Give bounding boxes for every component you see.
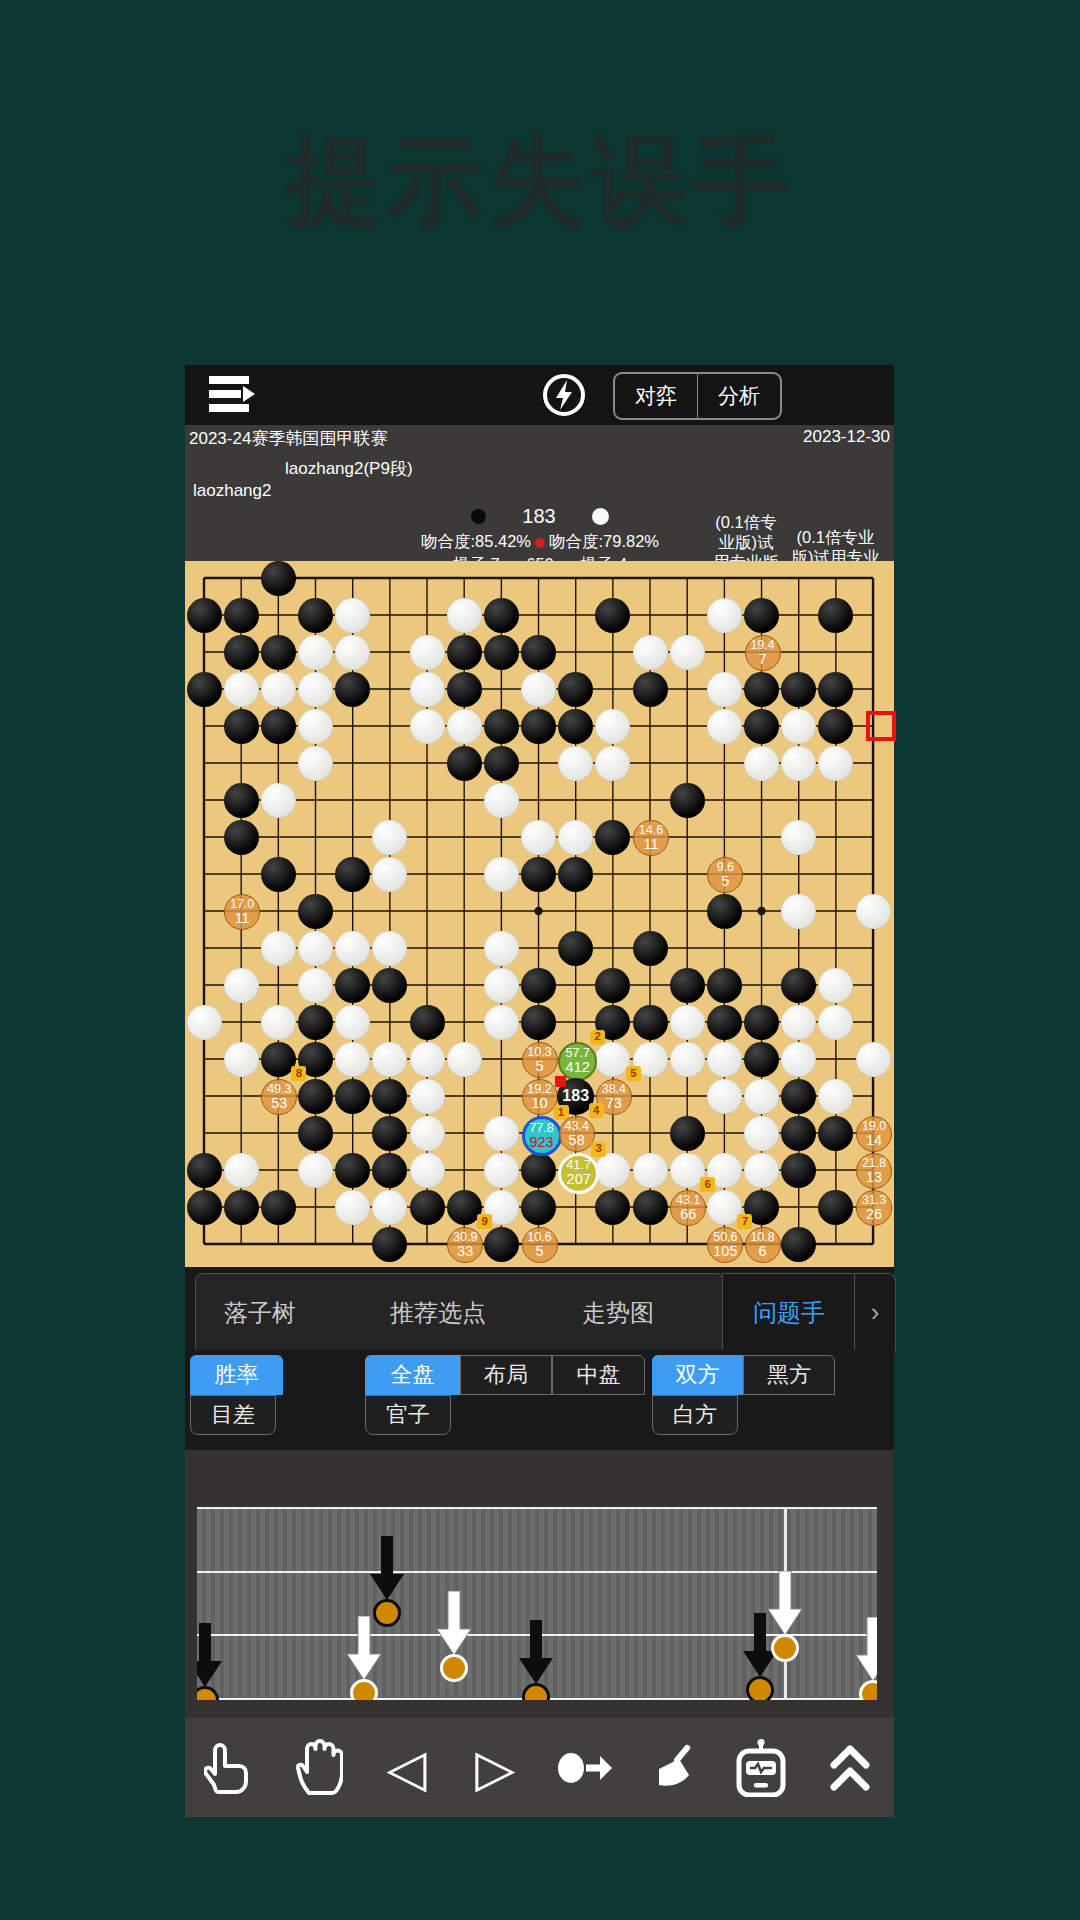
annotation-bottom-value: 58	[569, 1133, 585, 1148]
white-stone	[335, 931, 370, 966]
white-stone	[781, 709, 816, 744]
white-stone	[261, 931, 296, 966]
black-stone	[781, 672, 816, 707]
black-stone	[744, 1042, 779, 1077]
white-stone	[781, 1042, 816, 1077]
black-stone	[818, 1190, 853, 1225]
white-stone	[298, 672, 333, 707]
white-stone	[410, 1116, 445, 1151]
mistake-move-circle[interactable]	[197, 1686, 219, 1700]
chart-gridline	[197, 1507, 877, 1509]
black-stone	[261, 709, 296, 744]
top-bar: 对弈 分析	[185, 365, 894, 425]
mistake-chart-section	[185, 1450, 894, 1718]
white-stone	[410, 1042, 445, 1077]
star-point	[757, 907, 765, 915]
white-stone	[410, 635, 445, 670]
white-stone	[707, 1042, 742, 1077]
filter-endgame-button[interactable]: 官子	[365, 1395, 451, 1435]
filter-white-button[interactable]: 白方	[652, 1395, 738, 1435]
black-stone	[558, 931, 593, 966]
black-stone	[744, 1005, 779, 1040]
black-stone	[744, 709, 779, 744]
move-annotation[interactable]: 17.011	[224, 894, 260, 930]
annotation-bottom-value: 33	[457, 1244, 473, 1259]
annotation-bottom-value: 11	[235, 911, 250, 926]
white-stone	[595, 1153, 630, 1188]
annotation-bottom-value: 5	[721, 874, 729, 889]
mistake-arrow-white[interactable]	[856, 1617, 877, 1681]
white-stone	[558, 746, 593, 781]
tab-panel: 落子树 推荐选点 走势图	[195, 1273, 724, 1351]
filter-opening-button[interactable]: 布局	[460, 1355, 552, 1395]
black-stone	[521, 1005, 556, 1040]
annotation-bottom-value: 66	[680, 1207, 696, 1222]
annotation-bottom-value: 14	[866, 1133, 882, 1148]
black-stone	[707, 968, 742, 1003]
black-stone	[521, 857, 556, 892]
black-stone	[744, 672, 779, 707]
mistake-arrow-black[interactable]	[370, 1536, 404, 1600]
annotation-bottom-value: 11	[644, 837, 659, 852]
hamburger-menu-icon[interactable]	[207, 373, 259, 423]
white-stone	[298, 931, 333, 966]
annotation-rank-badge: 6	[700, 1177, 715, 1192]
black-stone	[633, 1190, 668, 1225]
move-number: 183	[522, 505, 555, 527]
white-stone	[484, 968, 519, 1003]
black-stone	[818, 598, 853, 633]
black-stone	[335, 857, 370, 892]
black-stone	[521, 1190, 556, 1225]
annotation-bottom-value: 26	[866, 1207, 882, 1222]
black-stone	[224, 783, 259, 818]
black-stone	[261, 561, 296, 596]
black-stone	[187, 1190, 222, 1225]
white-stone	[335, 1190, 370, 1225]
white-stone	[595, 709, 630, 744]
mistake-move-circle[interactable]	[746, 1676, 774, 1700]
white-match-rate: 吻合度:79.82%	[549, 532, 659, 550]
black-stone	[558, 857, 593, 892]
star-point	[534, 907, 542, 915]
black-stone	[781, 1153, 816, 1188]
black-stone	[298, 1005, 333, 1040]
white-stone	[372, 931, 407, 966]
match-rate-row: 吻合度:85.42%吻合度:79.82%	[415, 531, 665, 553]
white-stone	[372, 857, 407, 892]
white-stone	[298, 1153, 333, 1188]
white-stone	[744, 1079, 779, 1114]
black-stone	[298, 598, 333, 633]
move-annotation[interactable]: 41.72073	[558, 1153, 599, 1194]
black-stone	[781, 1116, 816, 1151]
move-annotation[interactable]: 10.86	[745, 1227, 781, 1263]
black-stone	[633, 931, 668, 966]
bottom-toolbar: ◁ ▷	[185, 1718, 894, 1817]
black-stone	[707, 894, 742, 929]
white-stone	[447, 709, 482, 744]
robot-icon[interactable]	[731, 1738, 791, 1798]
move-annotation[interactable]: 10.65	[522, 1227, 558, 1263]
black-stone	[261, 857, 296, 892]
mistake-arrow-white[interactable]	[347, 1616, 381, 1680]
mode-tab-group: 对弈 分析	[613, 372, 782, 420]
annotation-bottom-value: 6	[759, 1244, 767, 1259]
black-stone	[224, 598, 259, 633]
move-annotation[interactable]: 19.210	[522, 1079, 558, 1115]
black-stone	[187, 1153, 222, 1188]
red-dot-icon	[535, 538, 545, 548]
black-stone	[744, 598, 779, 633]
white-stone	[410, 672, 445, 707]
black-player-rank: laozhang2(P9段)	[285, 458, 420, 479]
black-stone	[484, 598, 519, 633]
black-stone	[670, 1116, 705, 1151]
black-stone	[224, 1190, 259, 1225]
white-stone	[670, 635, 705, 670]
white-stone	[818, 968, 853, 1003]
black-stone	[335, 968, 370, 1003]
white-stone	[261, 672, 296, 707]
filter-whole-game-button[interactable]: 全盘	[365, 1355, 460, 1395]
black-stone	[558, 709, 593, 744]
white-stone	[410, 1153, 445, 1188]
filter-black-button[interactable]: 黑方	[743, 1355, 835, 1395]
white-stone	[484, 857, 519, 892]
mistake-move-circle[interactable]	[522, 1683, 550, 1700]
black-stone	[781, 1227, 816, 1262]
annotation-rank-badge: 4	[589, 1103, 604, 1118]
white-stone	[224, 672, 259, 707]
white-stone	[818, 1079, 853, 1114]
annotation-bottom-value: 412	[566, 1060, 590, 1075]
white-stone	[856, 894, 891, 929]
black-stone	[818, 709, 853, 744]
white-stone	[484, 1116, 519, 1151]
black-stone	[335, 1079, 370, 1114]
filter-both-sides-button[interactable]: 双方	[652, 1355, 743, 1395]
black-stone	[298, 1116, 333, 1151]
white-stone	[818, 746, 853, 781]
white-stone	[818, 1005, 853, 1040]
white-stone	[410, 1079, 445, 1114]
white-stone	[744, 746, 779, 781]
move-indicator-row: 183	[415, 505, 665, 528]
annotation-bottom-value: 105	[713, 1244, 737, 1259]
black-stone	[298, 1079, 333, 1114]
white-stone	[335, 598, 370, 633]
white-stone	[335, 635, 370, 670]
black-player-name: laozhang2	[193, 481, 271, 501]
black-stone	[707, 1005, 742, 1040]
white-stone	[298, 709, 333, 744]
white-stone	[261, 783, 296, 818]
white-stone	[558, 820, 593, 855]
move-annotation[interactable]: 77.89231	[522, 1116, 562, 1156]
black-stone	[595, 1190, 630, 1225]
black-stone	[818, 1116, 853, 1151]
black-stone	[484, 709, 519, 744]
go-board[interactable]: 19.4714.6119.6517.01110.3557.7412219.210…	[185, 561, 894, 1267]
page-title: 提示失误手	[0, 118, 1080, 248]
white-stone	[781, 820, 816, 855]
annotation-rank-badge: 3	[591, 1142, 606, 1157]
mistake-arrow-black[interactable]	[197, 1623, 222, 1687]
mistake-move-circle[interactable]	[859, 1680, 877, 1700]
black-stone	[224, 635, 259, 670]
annotation-rank-badge: 1	[554, 1105, 569, 1120]
finger-pointer-icon[interactable]	[199, 1738, 259, 1798]
filter-middlegame-button[interactable]: 中盘	[552, 1355, 645, 1395]
white-stone	[595, 746, 630, 781]
annotation-bottom-value: 7	[759, 652, 767, 667]
white-stone	[670, 1042, 705, 1077]
tab-problem-moves[interactable]: 问题手	[722, 1273, 856, 1351]
move-annotation[interactable]: 19.47	[745, 635, 781, 671]
move-annotation[interactable]: 21.813	[856, 1153, 892, 1189]
black-stone	[521, 968, 556, 1003]
black-stone-icon	[471, 509, 486, 524]
black-stone	[372, 968, 407, 1003]
black-stone	[521, 709, 556, 744]
white-stone	[484, 1005, 519, 1040]
black-stone	[633, 672, 668, 707]
tab-trend-graph[interactable]: 走势图	[582, 1297, 654, 1329]
move-annotation[interactable]: 14.611	[633, 820, 669, 856]
move-annotation[interactable]: 10.35	[522, 1042, 558, 1078]
black-stone	[335, 672, 370, 707]
problem-move-red-square	[866, 711, 896, 741]
stone-pass-icon[interactable]	[554, 1738, 614, 1798]
black-stone	[372, 1079, 407, 1114]
event-name: 2023-24赛季韩国围甲联赛	[189, 427, 387, 450]
white-stone	[224, 1042, 259, 1077]
black-stone	[484, 635, 519, 670]
mistake-chart-plot[interactable]	[197, 1507, 877, 1700]
tab-play[interactable]: 对弈	[615, 374, 698, 418]
white-stone	[633, 1153, 668, 1188]
black-stone	[224, 709, 259, 744]
black-stone	[372, 1153, 407, 1188]
black-stone	[595, 820, 630, 855]
black-stone	[447, 635, 482, 670]
annotation-bottom-value: 13	[866, 1170, 882, 1185]
mistake-move-circle[interactable]	[771, 1634, 799, 1662]
annotation-bottom-value: 5	[535, 1059, 543, 1074]
prev-move-icon[interactable]: ◁	[377, 1738, 437, 1798]
white-stone	[521, 672, 556, 707]
black-stone	[484, 746, 519, 781]
mistake-arrow-white[interactable]	[768, 1571, 802, 1635]
annotation-bottom-value: 53	[271, 1096, 287, 1111]
black-stone	[633, 1005, 668, 1040]
lightning-icon[interactable]	[541, 372, 587, 422]
white-stone	[372, 1190, 407, 1225]
black-stone	[818, 672, 853, 707]
black-stone	[372, 1227, 407, 1262]
white-stone	[707, 1079, 742, 1114]
white-stone	[447, 1042, 482, 1077]
black-stone	[410, 1190, 445, 1225]
black-stone	[187, 672, 222, 707]
annotation-bottom-value: 923	[529, 1135, 553, 1150]
double-chevron-up-icon[interactable]	[820, 1738, 880, 1798]
annotation-bottom-value: 5	[535, 1244, 543, 1259]
black-stone	[670, 783, 705, 818]
annotation-rank-badge: 8	[291, 1066, 306, 1081]
annotation-bottom-value: 73	[606, 1096, 622, 1111]
black-match-rate: 吻合度:85.42%	[421, 532, 531, 550]
analysis-tab-bar: ‹ 落子树 推荐选点 走势图 问题手 ›	[185, 1267, 894, 1350]
black-stone	[298, 894, 333, 929]
mistake-arrow-white[interactable]	[437, 1591, 471, 1655]
black-stone	[261, 635, 296, 670]
tab-move-tree[interactable]: 落子树	[224, 1297, 296, 1329]
move-annotation[interactable]: 43.4584	[559, 1116, 595, 1152]
black-stone	[558, 672, 593, 707]
annotation-rank-badge: 9	[477, 1214, 492, 1229]
white-stone	[484, 1153, 519, 1188]
white-stone	[224, 1153, 259, 1188]
mistake-move-circle[interactable]	[440, 1654, 468, 1682]
black-stone	[224, 820, 259, 855]
black-stone	[670, 968, 705, 1003]
white-stone	[521, 820, 556, 855]
black-stone	[372, 1116, 407, 1151]
white-stone	[707, 598, 742, 633]
black-stone	[595, 968, 630, 1003]
hand-icon[interactable]	[288, 1738, 348, 1798]
current-move-marker	[555, 1076, 566, 1087]
next-move-icon[interactable]: ▷	[465, 1738, 525, 1798]
game-date: 2023-12-30	[803, 427, 890, 447]
white-stone	[707, 709, 742, 744]
white-stone	[781, 894, 816, 929]
annotation-bottom-value: 207	[567, 1172, 591, 1187]
black-stone	[187, 598, 222, 633]
white-stone	[298, 746, 333, 781]
black-stone	[781, 968, 816, 1003]
white-stone	[187, 1005, 222, 1040]
black-stone	[335, 1153, 370, 1188]
black-stone	[447, 672, 482, 707]
white-stone	[410, 709, 445, 744]
mistake-move-circle[interactable]	[373, 1599, 401, 1627]
mistake-move-circle[interactable]	[350, 1679, 378, 1700]
game-info-header: 2023-24赛季韩国围甲联赛 2023-12-30 laozhang2 lao…	[185, 425, 894, 561]
annotation-bottom-value: 10	[531, 1096, 547, 1111]
white-stone	[372, 1042, 407, 1077]
tabs-next-icon[interactable]: ›	[854, 1273, 896, 1351]
mistake-arrow-black[interactable]	[519, 1620, 553, 1684]
move-annotation[interactable]: 43.1666	[670, 1190, 706, 1226]
black-stone	[521, 635, 556, 670]
white-stone	[484, 783, 519, 818]
white-stone	[670, 1005, 705, 1040]
black-stone	[447, 746, 482, 781]
filter-winrate-button[interactable]: 胜率	[190, 1355, 283, 1395]
black-stone	[484, 1227, 519, 1262]
black-stone	[595, 598, 630, 633]
white-stone	[447, 598, 482, 633]
white-stone	[781, 746, 816, 781]
white-stone	[335, 1005, 370, 1040]
annotation-rank-badge: 5	[626, 1066, 641, 1081]
annotation-top-value: 183	[562, 1088, 589, 1104]
white-stone	[744, 1116, 779, 1151]
annotation-rank-badge: 2	[590, 1030, 605, 1045]
white-stone	[744, 1153, 779, 1188]
tab-recommended-points[interactable]: 推荐选点	[390, 1297, 486, 1329]
white-stone	[707, 672, 742, 707]
white-stone	[372, 820, 407, 855]
black-stone	[781, 1079, 816, 1114]
black-stone	[410, 1005, 445, 1040]
white-stone	[856, 1042, 891, 1077]
white-stone-icon	[592, 508, 609, 525]
black-stone	[521, 1153, 556, 1188]
white-stone	[335, 1042, 370, 1077]
white-stone	[633, 635, 668, 670]
filter-point-diff-button[interactable]: 目差	[190, 1395, 276, 1435]
annotation-rank-badge: 7	[737, 1214, 752, 1229]
white-stone	[484, 931, 519, 966]
white-stone	[224, 968, 259, 1003]
tab-analysis[interactable]: 分析	[698, 374, 780, 418]
app-window: 对弈 分析 2023-24赛季韩国围甲联赛 2023-12-30 laozhan…	[185, 365, 894, 1817]
filter-bar: 胜率 目差 全盘 布局 中盘 官子 双方 黑方 白方	[185, 1350, 894, 1450]
move-annotation[interactable]: 30.9339	[447, 1227, 483, 1263]
white-stone	[261, 1005, 296, 1040]
broom-icon[interactable]	[642, 1738, 702, 1798]
black-stone	[261, 1190, 296, 1225]
white-stone	[781, 1005, 816, 1040]
white-stone	[298, 635, 333, 670]
move-annotation[interactable]: 31.326	[856, 1190, 892, 1226]
move-annotation[interactable]: 19.014	[856, 1116, 892, 1152]
white-stone	[298, 968, 333, 1003]
